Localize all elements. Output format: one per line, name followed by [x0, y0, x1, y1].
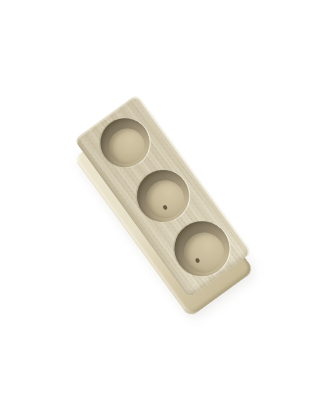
- pit-floor: [139, 173, 192, 226]
- product-photo-scene: [0, 0, 315, 409]
- pit-floor: [176, 225, 232, 281]
- pit-floor: [102, 122, 152, 172]
